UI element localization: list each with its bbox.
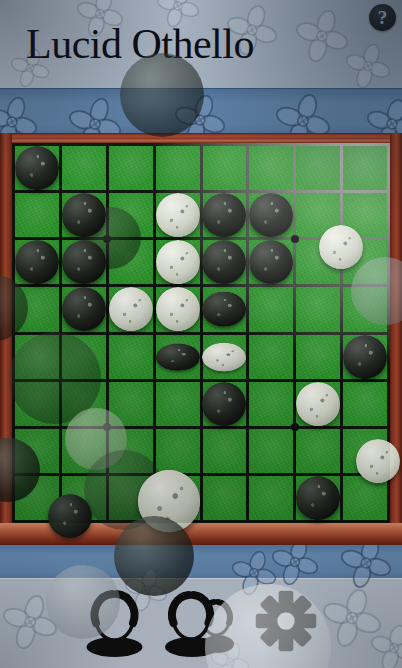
cell-f6[interactable] — [249, 382, 293, 426]
cell-c1[interactable] — [109, 146, 153, 190]
single-player-icon — [84, 587, 145, 657]
cell-b3[interactable]: ● — [62, 240, 106, 284]
black-disc-f3: ● — [249, 240, 293, 284]
app-window: Lucid Othello ? — [0, 0, 402, 668]
cell-h6[interactable] — [343, 382, 387, 426]
board-frame-top — [0, 133, 402, 143]
black-disc-a1: ● — [15, 146, 59, 190]
cell-f7[interactable] — [249, 429, 293, 473]
cell-d3[interactable]: ● — [156, 240, 200, 284]
question-mark-icon: ? — [378, 7, 388, 29]
board-felt: ●●●●●●●●●●●●●●●●●●●●●●●● — [12, 143, 390, 523]
black-disc-e6: ● — [202, 382, 246, 426]
two-players-icon — [164, 587, 234, 657]
lower-divider-band — [0, 545, 402, 578]
white-disc-d8: ● — [137, 470, 199, 532]
cell-g5[interactable] — [296, 335, 340, 379]
cell-b1[interactable] — [62, 146, 106, 190]
cell-f2[interactable]: ● — [249, 193, 293, 237]
cell-f1[interactable] — [249, 146, 293, 190]
help-button[interactable]: ? — [369, 4, 396, 31]
cell-c4[interactable]: ● — [109, 287, 153, 331]
black-disc-h5: ● — [343, 335, 387, 379]
cell-e6[interactable]: ● — [203, 382, 247, 426]
white-disc-c4: ● — [109, 287, 153, 331]
cell-h5[interactable]: ● — [343, 335, 387, 379]
cell-d2[interactable]: ● — [156, 193, 200, 237]
board-guide-dot — [291, 235, 299, 243]
two-players-button[interactable] — [164, 587, 234, 657]
cell-g4[interactable] — [296, 287, 340, 331]
board-guide-dot — [291, 423, 299, 431]
gear-icon — [253, 587, 319, 655]
cell-f4[interactable] — [249, 287, 293, 331]
cell-h4[interactable] — [343, 287, 387, 331]
cell-a7[interactable] — [15, 429, 59, 473]
cell-c2[interactable] — [109, 193, 153, 237]
cell-d4[interactable]: ● — [156, 287, 200, 331]
cell-f3[interactable]: ● — [249, 240, 293, 284]
cell-f8[interactable] — [249, 476, 293, 520]
black-disc-e3: ● — [202, 240, 246, 284]
cell-e3[interactable]: ● — [203, 240, 247, 284]
cell-d5[interactable]: ● — [156, 335, 200, 379]
cell-d8[interactable]: ● — [156, 476, 200, 520]
white-disc-e5: ● — [202, 342, 246, 371]
black-disc-f2: ● — [249, 193, 293, 237]
board-grid: ●●●●●●●●●●●●●●●●●●●●●●●● — [12, 143, 390, 523]
cell-g1[interactable] — [296, 146, 340, 190]
cell-e2[interactable]: ● — [203, 193, 247, 237]
single-player-button[interactable] — [84, 587, 145, 657]
cell-e7[interactable] — [203, 429, 247, 473]
cell-a6[interactable] — [15, 382, 59, 426]
cell-a2[interactable] — [15, 193, 59, 237]
white-disc-h7: ● — [356, 439, 400, 483]
black-disc-g8: ● — [296, 476, 340, 520]
board-frame-left — [0, 133, 12, 545]
cell-b2[interactable]: ● — [62, 193, 106, 237]
white-disc-d3: ● — [156, 240, 200, 284]
cell-e1[interactable] — [203, 146, 247, 190]
cell-b5[interactable] — [62, 335, 106, 379]
cell-d1[interactable] — [156, 146, 200, 190]
cell-f5[interactable] — [249, 335, 293, 379]
cell-d7[interactable] — [156, 429, 200, 473]
board-frame-right — [390, 133, 402, 545]
black-disc-b2: ● — [62, 193, 106, 237]
white-disc-g6: ● — [296, 382, 340, 426]
white-disc-d4: ● — [156, 287, 200, 331]
black-disc-b3: ● — [62, 240, 106, 284]
black-disc-b4: ● — [62, 287, 106, 331]
upper-divider-band — [0, 88, 402, 134]
bottom-toolbar — [0, 578, 402, 668]
title-bar: Lucid Othello — [0, 0, 402, 88]
cell-g3[interactable]: ● — [296, 240, 340, 284]
black-disc-b8: ● — [48, 494, 92, 538]
cell-c3[interactable] — [109, 240, 153, 284]
cell-e8[interactable] — [203, 476, 247, 520]
cell-h1[interactable] — [343, 146, 387, 190]
cell-d6[interactable] — [156, 382, 200, 426]
black-disc-e2: ● — [202, 193, 246, 237]
cell-c6[interactable] — [109, 382, 153, 426]
cell-b8[interactable]: ● — [62, 476, 106, 520]
othello-board: ●●●●●●●●●●●●●●●●●●●●●●●● — [0, 133, 402, 545]
cell-a1[interactable]: ● — [15, 146, 59, 190]
cell-a5[interactable] — [15, 335, 59, 379]
cell-g7[interactable] — [296, 429, 340, 473]
settings-button[interactable] — [253, 587, 319, 655]
board-guide-dot — [103, 235, 111, 243]
white-disc-g3: ● — [319, 225, 363, 269]
cell-g6[interactable]: ● — [296, 382, 340, 426]
cell-c5[interactable] — [109, 335, 153, 379]
cell-b4[interactable]: ● — [62, 287, 106, 331]
cell-a3[interactable]: ● — [15, 240, 59, 284]
page-title: Lucid Othello — [0, 0, 402, 68]
cell-g8[interactable]: ● — [296, 476, 340, 520]
black-disc-d5: ● — [156, 343, 200, 370]
cell-b6[interactable] — [62, 382, 106, 426]
cell-c7[interactable] — [109, 429, 153, 473]
cell-e4[interactable]: ● — [203, 287, 247, 331]
white-disc-d2: ● — [156, 193, 200, 237]
cell-a4[interactable] — [15, 287, 59, 331]
cell-b7[interactable] — [62, 429, 106, 473]
black-disc-a3: ● — [15, 240, 59, 284]
cell-h7[interactable]: ● — [343, 429, 387, 473]
cell-e5[interactable]: ● — [203, 335, 247, 379]
black-disc-e4: ● — [202, 292, 246, 327]
